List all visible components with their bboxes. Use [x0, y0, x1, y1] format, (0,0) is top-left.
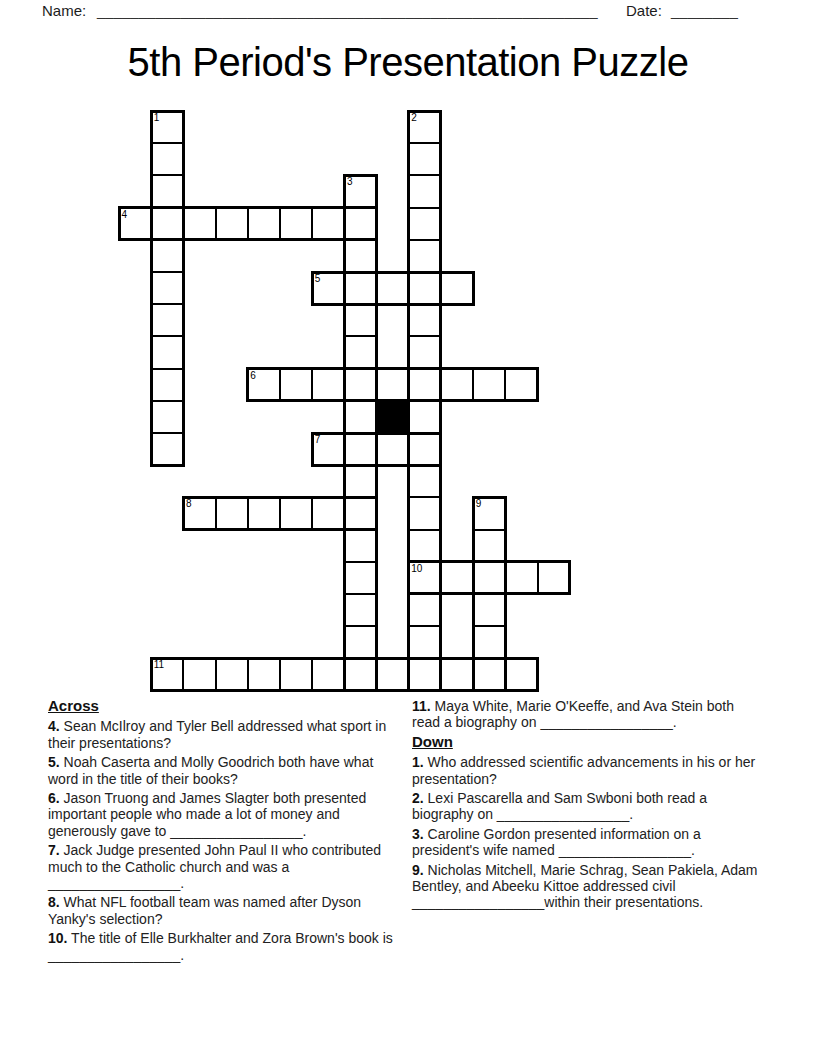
- grid-cell[interactable]: [408, 464, 442, 498]
- grid-cell[interactable]: [215, 207, 249, 241]
- clue-number: 3: [347, 177, 353, 187]
- grid-cell[interactable]: [182, 207, 216, 241]
- grid-cell[interactable]: [408, 207, 442, 241]
- grid-cell[interactable]: [343, 464, 377, 498]
- grid-cell[interactable]: [247, 657, 281, 691]
- down-clue-list: 1. Who addressed scientific advancements…: [412, 754, 762, 911]
- clue-across-7: 7. Jack Judge presented John Paul II who…: [48, 842, 393, 891]
- grid-cell[interactable]: [215, 496, 249, 530]
- grid-cell[interactable]: [472, 657, 506, 691]
- grid-cell[interactable]: [215, 657, 249, 691]
- grid-cell[interactable]: [472, 368, 506, 402]
- clue-down-3: 3. Caroline Gordon presented information…: [412, 826, 762, 859]
- grid-cell[interactable]: [343, 529, 377, 563]
- grid-cell[interactable]: [150, 303, 184, 337]
- worksheet-page: Name: __________________________________…: [0, 0, 816, 1056]
- name-label: Name:: [42, 2, 86, 19]
- grid-cell[interactable]: [408, 529, 442, 563]
- clue-across-10: 10. The title of Elle Burkhalter and Zor…: [48, 930, 393, 963]
- grid-cell[interactable]: [408, 593, 442, 627]
- grid-cell[interactable]: [504, 561, 538, 595]
- grid-cell[interactable]: [376, 271, 410, 305]
- grid-cell[interactable]: [408, 625, 442, 659]
- grid-cell[interactable]: [408, 271, 442, 305]
- grid-cell[interactable]: [408, 496, 442, 530]
- grid-cell[interactable]: [376, 432, 410, 466]
- puzzle-title: 5th Period's Presentation Puzzle: [0, 40, 816, 85]
- clue-number: 5: [315, 274, 321, 284]
- grid-cell[interactable]: [440, 271, 474, 305]
- grid-cell[interactable]: [472, 561, 506, 595]
- grid-cell[interactable]: [408, 174, 442, 208]
- clue-down-2: 2. Lexi Pascarella and Sam Swboni both r…: [412, 790, 762, 823]
- grid-cell[interactable]: [343, 625, 377, 659]
- grid-cell[interactable]: [472, 593, 506, 627]
- clues-right-column: 11. Maya White, Marie O'Keeffe, and Ava …: [412, 698, 762, 914]
- grid-cell[interactable]: [440, 657, 474, 691]
- grid-cell[interactable]: [279, 496, 313, 530]
- grid-cell[interactable]: [150, 174, 184, 208]
- grid-cell[interactable]: [408, 303, 442, 337]
- grid-cell[interactable]: [150, 142, 184, 176]
- grid-cell[interactable]: [408, 400, 442, 434]
- grid-cell[interactable]: [311, 368, 345, 402]
- clue-down-9: 9. Nicholas Mitchell, Marie Schrag, Sean…: [412, 862, 762, 911]
- grid-cell[interactable]: [343, 239, 377, 273]
- grid-cell[interactable]: [343, 561, 377, 595]
- blocked-cell: [376, 400, 410, 434]
- grid-cell[interactable]: [279, 657, 313, 691]
- grid-cell[interactable]: [504, 657, 538, 691]
- clue-across-4: 4. Sean McIlroy and Tyler Bell addressed…: [48, 718, 393, 751]
- grid-cell[interactable]: [408, 432, 442, 466]
- grid-cell[interactable]: [311, 496, 345, 530]
- grid-cell[interactable]: [408, 239, 442, 273]
- grid-cell[interactable]: [343, 496, 377, 530]
- clue-number: 7: [315, 435, 321, 445]
- grid-cell[interactable]: [343, 400, 377, 434]
- clue-number: 8: [186, 499, 192, 509]
- across-heading: Across: [48, 698, 393, 714]
- grid-cell[interactable]: [150, 335, 184, 369]
- grid-cell[interactable]: [343, 335, 377, 369]
- grid-cell[interactable]: [343, 432, 377, 466]
- clue-number: 1: [154, 113, 160, 123]
- grid-cell[interactable]: [537, 561, 571, 595]
- clue-number: 6: [250, 371, 256, 381]
- grid-cell[interactable]: [343, 303, 377, 337]
- name-blank-line[interactable]: ________________________________________…: [97, 2, 598, 19]
- clues-left-column: Across 4. Sean McIlroy and Tyler Bell ad…: [48, 698, 393, 966]
- clue-number: 10: [411, 564, 422, 574]
- grid-cell[interactable]: [279, 368, 313, 402]
- crossword-grid: 1234567891011: [118, 110, 573, 694]
- grid-cell[interactable]: [343, 271, 377, 305]
- grid-cell[interactable]: [408, 368, 442, 402]
- clue-across-5: 5. Noah Caserta and Molly Goodrich both …: [48, 754, 393, 787]
- date-blank-line[interactable]: ________: [671, 2, 738, 19]
- grid-cell[interactable]: [311, 657, 345, 691]
- grid-cell[interactable]: [182, 657, 216, 691]
- grid-cell[interactable]: [150, 271, 184, 305]
- grid-cell[interactable]: [150, 432, 184, 466]
- grid-cell[interactable]: [247, 207, 281, 241]
- grid-cell[interactable]: [408, 657, 442, 691]
- clue-across-6: 6. Jason Truong and James Slagter both p…: [48, 790, 393, 839]
- grid-cell[interactable]: [343, 207, 377, 241]
- grid-cell[interactable]: [150, 207, 184, 241]
- clue-number: 9: [476, 499, 482, 509]
- grid-cell[interactable]: [343, 593, 377, 627]
- grid-cell[interactable]: [343, 368, 377, 402]
- clue-number: 11: [154, 660, 164, 670]
- clue-across-11: 11. Maya White, Marie O'Keeffe, and Ava …: [412, 698, 762, 731]
- grid-cell[interactable]: [343, 657, 377, 691]
- grid-cell[interactable]: [150, 239, 184, 273]
- across-clue-list: 4. Sean McIlroy and Tyler Bell addressed…: [48, 718, 393, 963]
- grid-cell[interactable]: [376, 368, 410, 402]
- date-label: Date:: [626, 2, 662, 19]
- grid-cell[interactable]: [408, 142, 442, 176]
- grid-cell[interactable]: [504, 368, 538, 402]
- grid-cell[interactable]: [472, 625, 506, 659]
- grid-cell[interactable]: [440, 368, 474, 402]
- clue-number: 4: [122, 210, 128, 220]
- down-heading: Down: [412, 734, 762, 750]
- grid-cell[interactable]: [279, 207, 313, 241]
- clue-down-1: 1. Who addressed scientific advancements…: [412, 754, 762, 787]
- clue-number: 2: [411, 113, 417, 123]
- grid-cell[interactable]: [408, 335, 442, 369]
- grid-cell[interactable]: [150, 400, 184, 434]
- grid-cell[interactable]: [311, 207, 345, 241]
- grid-cell[interactable]: [247, 496, 281, 530]
- grid-cell[interactable]: [150, 368, 184, 402]
- across-clue-overflow: 11. Maya White, Marie O'Keeffe, and Ava …: [412, 698, 762, 731]
- grid-cell[interactable]: [376, 657, 410, 691]
- clue-across-8: 8. What NFL football team was named afte…: [48, 894, 393, 927]
- grid-cell[interactable]: [440, 561, 474, 595]
- grid-cell[interactable]: [472, 529, 506, 563]
